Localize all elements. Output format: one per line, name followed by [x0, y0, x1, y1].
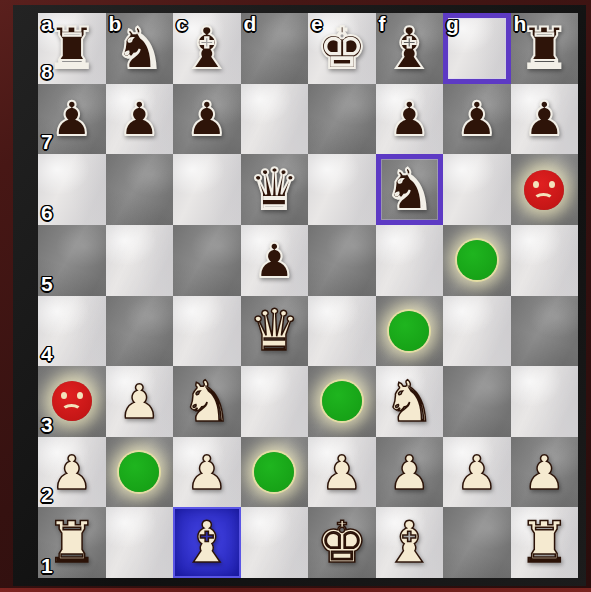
piece-black-pawn[interactable]: ♟ [253, 237, 295, 284]
square-c5[interactable] [173, 225, 241, 296]
piece-white-pawn[interactable]: ♟ [51, 449, 93, 496]
square-f2[interactable]: ♟ [376, 437, 444, 508]
piece-black-king[interactable]: ♚ [316, 20, 367, 77]
square-c3[interactable]: ♞ [173, 366, 241, 437]
bad-move-frown-icon[interactable] [524, 170, 564, 210]
piece-white-king[interactable]: ♚ [316, 514, 367, 571]
square-d7[interactable] [241, 84, 309, 155]
piece-white-rook[interactable]: ♜ [46, 514, 97, 571]
good-move-dot-icon[interactable] [119, 452, 159, 492]
piece-white-pawn[interactable]: ♟ [388, 449, 430, 496]
rank-label-8: 8 [41, 60, 53, 84]
square-d1[interactable] [241, 507, 309, 578]
good-move-dot-icon[interactable] [254, 452, 294, 492]
piece-black-rook[interactable]: ♜ [519, 20, 570, 77]
square-h4[interactable] [511, 296, 579, 367]
square-b4[interactable] [106, 296, 174, 367]
piece-white-pawn[interactable]: ♟ [321, 449, 363, 496]
square-h8[interactable]: h♜ [511, 13, 579, 84]
square-a7[interactable]: 7♟ [38, 84, 106, 155]
square-f8[interactable]: f♝ [376, 13, 444, 84]
square-g5[interactable] [443, 225, 511, 296]
square-f6[interactable]: ♞ [376, 154, 444, 225]
square-g1[interactable] [443, 507, 511, 578]
square-f4[interactable] [376, 296, 444, 367]
square-e8[interactable]: e♚ [308, 13, 376, 84]
piece-white-bishop[interactable]: ♝ [181, 514, 232, 571]
rank-label-3: 3 [41, 413, 53, 437]
square-a2[interactable]: 2♟ [38, 437, 106, 508]
square-e5[interactable] [308, 225, 376, 296]
square-a8[interactable]: a8♜ [38, 13, 106, 84]
square-g8[interactable]: g [443, 13, 511, 84]
square-f1[interactable]: ♝ [376, 507, 444, 578]
square-b2[interactable] [106, 437, 174, 508]
square-b5[interactable] [106, 225, 174, 296]
square-g3[interactable] [443, 366, 511, 437]
piece-black-pawn[interactable]: ♟ [388, 95, 430, 142]
square-a3[interactable]: 3 [38, 366, 106, 437]
piece-black-pawn[interactable]: ♟ [118, 95, 160, 142]
piece-white-pawn[interactable]: ♟ [186, 449, 228, 496]
square-b8[interactable]: b♞ [106, 13, 174, 84]
rank-label-1: 1 [41, 554, 53, 578]
square-c8[interactable]: c♝ [173, 13, 241, 84]
file-label-f: f [379, 13, 386, 36]
piece-white-queen[interactable]: ♛ [249, 302, 300, 359]
file-label-a: a [41, 13, 53, 36]
square-d6[interactable]: ♛ [241, 154, 309, 225]
file-label-e: e [311, 13, 323, 36]
square-h1[interactable]: ♜ [511, 507, 579, 578]
face-frown-mouth [61, 404, 82, 418]
square-b6[interactable] [106, 154, 174, 225]
square-b3[interactable]: ♟ [106, 366, 174, 437]
piece-black-bishop[interactable]: ♝ [384, 20, 435, 77]
square-h5[interactable] [511, 225, 579, 296]
square-h6[interactable] [511, 154, 579, 225]
square-g4[interactable] [443, 296, 511, 367]
square-f3[interactable]: ♞ [376, 366, 444, 437]
square-c2[interactable]: ♟ [173, 437, 241, 508]
square-a6[interactable]: 6 [38, 154, 106, 225]
face-frown-mouth [533, 193, 554, 207]
face-eye-left [533, 181, 539, 188]
piece-white-pawn[interactable]: ♟ [118, 378, 160, 425]
file-label-g: g [446, 13, 459, 36]
square-d2[interactable] [241, 437, 309, 508]
piece-white-knight[interactable]: ♞ [181, 373, 232, 430]
square-d3[interactable] [241, 366, 309, 437]
good-move-dot-icon[interactable] [457, 240, 497, 280]
face-eye-right [549, 181, 555, 188]
square-h7[interactable]: ♟ [511, 84, 579, 155]
square-e2[interactable]: ♟ [308, 437, 376, 508]
good-move-dot-icon[interactable] [322, 381, 362, 421]
square-g7[interactable]: ♟ [443, 84, 511, 155]
piece-black-pawn[interactable]: ♟ [523, 95, 565, 142]
square-a5[interactable]: 5 [38, 225, 106, 296]
piece-white-pawn[interactable]: ♟ [456, 449, 498, 496]
piece-white-knight[interactable]: ♞ [384, 373, 435, 430]
square-d4[interactable]: ♛ [241, 296, 309, 367]
rank-label-4: 4 [41, 342, 53, 366]
file-label-b: b [109, 13, 122, 36]
square-b1[interactable] [106, 507, 174, 578]
square-f7[interactable]: ♟ [376, 84, 444, 155]
piece-white-pawn[interactable]: ♟ [523, 449, 565, 496]
rank-label-6: 6 [41, 201, 53, 225]
square-f5[interactable] [376, 225, 444, 296]
piece-white-bishop[interactable]: ♝ [384, 514, 435, 571]
square-e6[interactable] [308, 154, 376, 225]
bad-move-frown-icon[interactable] [52, 381, 92, 421]
square-a4[interactable]: 4 [38, 296, 106, 367]
square-e1[interactable]: ♚ [308, 507, 376, 578]
chess-app-window: a8♜b♞c♝de♚f♝gh♜7♟♟♟♟♟♟6♛♞5♟4♛3♟♞♞2♟♟♟♟♟♟… [0, 0, 591, 592]
piece-black-queen[interactable]: ♛ [249, 161, 300, 218]
square-d8[interactable]: d [241, 13, 309, 84]
piece-white-rook[interactable]: ♜ [519, 514, 570, 571]
good-move-dot-icon[interactable] [389, 311, 429, 351]
rank-label-5: 5 [41, 272, 53, 296]
square-e7[interactable] [308, 84, 376, 155]
rank-label-7: 7 [41, 130, 53, 154]
piece-black-pawn[interactable]: ♟ [186, 95, 228, 142]
face-eye-left [61, 392, 67, 399]
square-g2[interactable]: ♟ [443, 437, 511, 508]
rank-label-2: 2 [41, 483, 53, 507]
square-c1[interactable]: ♝ [173, 507, 241, 578]
file-label-h: h [514, 13, 527, 36]
square-c4[interactable] [173, 296, 241, 367]
file-label-d: d [244, 13, 257, 36]
chess-board[interactable]: a8♜b♞c♝de♚f♝gh♜7♟♟♟♟♟♟6♛♞5♟4♛3♟♞♞2♟♟♟♟♟♟… [38, 13, 578, 578]
piece-black-knight[interactable]: ♞ [114, 20, 165, 77]
piece-black-knight[interactable]: ♞ [384, 161, 435, 218]
piece-black-rook[interactable]: ♜ [46, 20, 97, 77]
square-c6[interactable] [173, 154, 241, 225]
square-h3[interactable] [511, 366, 579, 437]
square-a1[interactable]: 1♜ [38, 507, 106, 578]
square-e4[interactable] [308, 296, 376, 367]
file-label-c: c [176, 13, 188, 36]
face-eye-right [77, 392, 83, 399]
square-c7[interactable]: ♟ [173, 84, 241, 155]
piece-black-bishop[interactable]: ♝ [181, 20, 232, 77]
square-e3[interactable] [308, 366, 376, 437]
square-h2[interactable]: ♟ [511, 437, 579, 508]
piece-black-pawn[interactable]: ♟ [51, 95, 93, 142]
square-d5[interactable]: ♟ [241, 225, 309, 296]
piece-black-pawn[interactable]: ♟ [456, 95, 498, 142]
square-g6[interactable] [443, 154, 511, 225]
square-b7[interactable]: ♟ [106, 84, 174, 155]
